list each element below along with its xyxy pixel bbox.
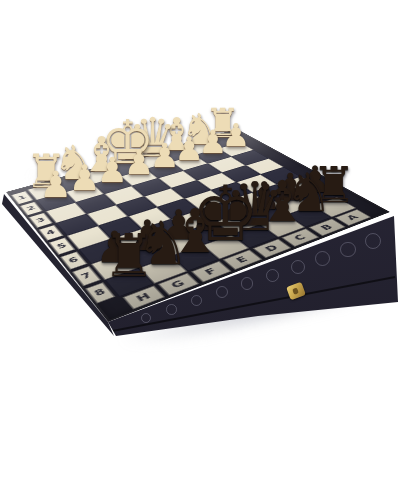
product-photo-scene: 12345678 HGFEDCBA ♜♞♝♛♚♝♞♜♟♟♟♟♟♟♟♟♟♟♟♟♟♟… [0, 0, 400, 500]
pieces-layer: ♜♞♝♛♚♝♞♜♟♟♟♟♟♟♟♟♟♟♟♟♟♟♟♟♜♞♝♛♚♝♞♜ [0, 0, 400, 500]
piece-white-pawn: ♟ [97, 153, 128, 188]
piece-white-pawn: ♟ [124, 146, 154, 180]
piece-white-pawn: ♟ [39, 168, 71, 204]
piece-white-pawn: ♟ [69, 160, 101, 195]
piece-black-rook: ♜ [103, 227, 156, 286]
